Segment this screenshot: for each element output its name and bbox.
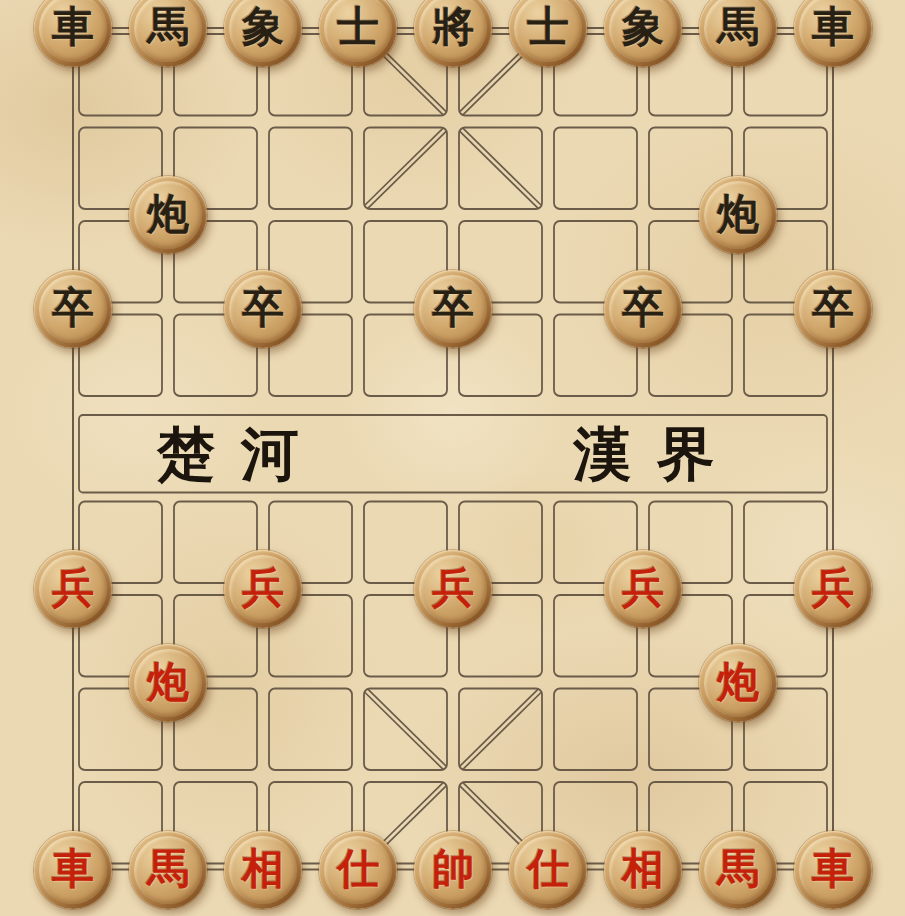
intersection-g7[interactable] [596,636,691,730]
intersection-f8[interactable] [501,729,596,823]
intersection-b4[interactable] [121,355,216,449]
piece-face: 兵 [419,555,487,623]
piece-black-advisor[interactable]: 士 [319,0,397,67]
piece-glyph: 相 [622,848,664,890]
piece-face: 車 [39,0,107,62]
piece-face: 相 [609,836,677,904]
intersection-i5[interactable] [786,449,881,543]
intersection-b0[interactable]: 馬 [121,0,216,75]
piece-face: 士 [324,0,392,62]
intersection-a7[interactable] [26,636,121,730]
piece-red-soldier[interactable]: 兵 [794,550,872,628]
piece-face: 象 [229,0,297,62]
intersection-g8[interactable] [596,729,691,823]
piece-black-soldier[interactable]: 卒 [224,270,302,348]
piece-glyph: 兵 [52,567,94,609]
intersection-a8[interactable] [26,729,121,823]
piece-glyph: 相 [242,848,284,890]
intersection-c7[interactable] [216,636,311,730]
piece-face: 將 [419,0,487,62]
intersection-e1[interactable] [406,75,501,169]
piece-red-advisor[interactable]: 仕 [509,831,587,909]
intersection-a4[interactable] [26,355,121,449]
piece-face: 相 [229,836,297,904]
intersection-g2[interactable] [596,168,691,262]
intersection-a5[interactable] [26,449,121,543]
piece-face: 卒 [419,275,487,343]
intersection-i0[interactable]: 車 [786,0,881,75]
intersection-e7[interactable] [406,636,501,730]
intersection-h6[interactable] [691,542,786,636]
piece-red-general[interactable]: 帥 [414,831,492,909]
piece-red-cannon[interactable]: 炮 [129,644,207,722]
intersection-b8[interactable] [121,729,216,823]
piece-glyph: 卒 [242,287,284,329]
intersection-f9[interactable]: 仕 [501,823,596,916]
piece-black-advisor[interactable]: 士 [509,0,587,67]
intersection-e4[interactable] [406,355,501,449]
intersection-b5[interactable] [121,449,216,543]
intersection-f4[interactable] [501,355,596,449]
piece-glyph: 卒 [432,287,474,329]
piece-face: 馬 [704,836,772,904]
piece-glyph: 帥 [432,848,474,890]
intersection-c8[interactable] [216,729,311,823]
intersection-h4[interactable] [691,355,786,449]
intersection-d4[interactable] [311,355,406,449]
piece-glyph: 車 [52,6,94,48]
piece-face: 士 [514,0,582,62]
intersection-c4[interactable] [216,355,311,449]
board-intersections: 車馬象士將士象馬車炮炮卒卒卒卒卒兵兵兵兵兵炮炮車馬相仕帥仕相馬車 [26,0,881,916]
piece-face: 馬 [134,836,202,904]
piece-face: 炮 [134,181,202,249]
piece-red-soldier[interactable]: 兵 [414,550,492,628]
intersection-g0[interactable]: 象 [596,0,691,75]
piece-red-cannon[interactable]: 炮 [699,644,777,722]
piece-black-chariot[interactable]: 車 [34,0,112,67]
intersection-a0[interactable]: 車 [26,0,121,75]
piece-glyph: 仕 [337,848,379,890]
piece-glyph: 象 [622,6,664,48]
intersection-h3[interactable] [691,262,786,356]
intersection-h7[interactable]: 炮 [691,636,786,730]
piece-black-cannon[interactable]: 炮 [129,176,207,254]
intersection-f6[interactable] [501,542,596,636]
intersection-g9[interactable]: 相 [596,823,691,916]
intersection-d5[interactable] [311,449,406,543]
intersection-d9[interactable]: 仕 [311,823,406,916]
piece-glyph: 兵 [432,567,474,609]
intersection-a9[interactable]: 車 [26,823,121,916]
piece-face: 帥 [419,836,487,904]
piece-glyph: 象 [242,6,284,48]
intersection-h0[interactable]: 馬 [691,0,786,75]
intersection-d3[interactable] [311,262,406,356]
intersection-b1[interactable] [121,75,216,169]
intersection-b6[interactable] [121,542,216,636]
intersection-b2[interactable]: 炮 [121,168,216,262]
piece-glyph: 卒 [622,287,664,329]
piece-face: 炮 [704,649,772,717]
xiangqi-board: 楚河 漢界 車馬象士將士象馬車炮炮卒卒卒卒卒兵兵兵兵兵炮炮車馬相仕帥仕相馬車 [0,0,905,916]
piece-red-chariot[interactable]: 車 [34,831,112,909]
piece-face: 炮 [134,649,202,717]
intersection-c3[interactable]: 卒 [216,262,311,356]
piece-glyph: 兵 [242,567,284,609]
piece-red-horse[interactable]: 馬 [129,831,207,909]
intersection-h9[interactable]: 馬 [691,823,786,916]
intersection-a3[interactable]: 卒 [26,262,121,356]
piece-glyph: 車 [812,848,854,890]
intersection-f3[interactable] [501,262,596,356]
piece-black-chariot[interactable]: 車 [794,0,872,67]
piece-red-soldier[interactable]: 兵 [34,550,112,628]
piece-glyph: 士 [337,6,379,48]
piece-red-elephant[interactable]: 相 [224,831,302,909]
piece-black-cannon[interactable]: 炮 [699,176,777,254]
piece-black-soldier[interactable]: 卒 [34,270,112,348]
intersection-h8[interactable] [691,729,786,823]
intersection-g5[interactable] [596,449,691,543]
intersection-d2[interactable] [311,168,406,262]
piece-glyph: 炮 [147,661,189,703]
piece-black-elephant[interactable]: 象 [224,0,302,67]
intersection-d7[interactable] [311,636,406,730]
piece-red-soldier[interactable]: 兵 [604,550,682,628]
intersection-a2[interactable] [26,168,121,262]
intersection-c6[interactable]: 兵 [216,542,311,636]
intersection-f7[interactable] [501,636,596,730]
intersection-i4[interactable] [786,355,881,449]
piece-face: 仕 [514,836,582,904]
intersection-c9[interactable]: 相 [216,823,311,916]
piece-black-general[interactable]: 將 [414,0,492,67]
piece-face: 卒 [609,275,677,343]
intersection-d0[interactable]: 士 [311,0,406,75]
intersection-h5[interactable] [691,449,786,543]
piece-glyph: 車 [812,6,854,48]
intersection-e3[interactable]: 卒 [406,262,501,356]
intersection-h2[interactable]: 炮 [691,168,786,262]
piece-red-soldier[interactable]: 兵 [224,550,302,628]
intersection-e5[interactable] [406,449,501,543]
piece-glyph: 士 [527,6,569,48]
intersection-f1[interactable] [501,75,596,169]
intersection-a6[interactable]: 兵 [26,542,121,636]
piece-face: 兵 [229,555,297,623]
piece-black-elephant[interactable]: 象 [604,0,682,67]
intersection-d8[interactable] [311,729,406,823]
intersection-f5[interactable] [501,449,596,543]
intersection-f0[interactable]: 士 [501,0,596,75]
intersection-e2[interactable] [406,168,501,262]
piece-glyph: 兵 [812,567,854,609]
intersection-i3[interactable]: 卒 [786,262,881,356]
piece-face: 卒 [39,275,107,343]
piece-face: 兵 [609,555,677,623]
piece-face: 仕 [324,836,392,904]
piece-glyph: 卒 [52,287,94,329]
piece-glyph: 馬 [147,848,189,890]
piece-face: 兵 [39,555,107,623]
piece-face: 車 [39,836,107,904]
intersection-e8[interactable] [406,729,501,823]
intersection-g1[interactable] [596,75,691,169]
piece-face: 兵 [799,555,867,623]
piece-glyph: 兵 [622,567,664,609]
piece-face: 車 [799,836,867,904]
piece-face: 卒 [799,275,867,343]
piece-face: 車 [799,0,867,62]
intersection-c2[interactable] [216,168,311,262]
piece-glyph: 炮 [717,661,759,703]
intersection-c1[interactable] [216,75,311,169]
piece-black-soldier[interactable]: 卒 [604,270,682,348]
piece-glyph: 馬 [147,6,189,48]
intersection-i1[interactable] [786,75,881,169]
piece-face: 象 [609,0,677,62]
piece-black-horse[interactable]: 馬 [129,0,207,67]
intersection-g6[interactable]: 兵 [596,542,691,636]
intersection-i8[interactable] [786,729,881,823]
intersection-i9[interactable]: 車 [786,823,881,916]
intersection-b3[interactable] [121,262,216,356]
piece-black-soldier[interactable]: 卒 [794,270,872,348]
piece-red-elephant[interactable]: 相 [604,831,682,909]
intersection-f2[interactable] [501,168,596,262]
piece-red-horse[interactable]: 馬 [699,831,777,909]
intersection-i7[interactable] [786,636,881,730]
intersection-b9[interactable]: 馬 [121,823,216,916]
intersection-a1[interactable] [26,75,121,169]
piece-glyph: 將 [432,6,474,48]
intersection-e9[interactable]: 帥 [406,823,501,916]
piece-face: 卒 [229,275,297,343]
piece-face: 馬 [134,0,202,62]
piece-black-horse[interactable]: 馬 [699,0,777,67]
piece-glyph: 卒 [812,287,854,329]
piece-face: 炮 [704,181,772,249]
intersection-g3[interactable]: 卒 [596,262,691,356]
intersection-d1[interactable] [311,75,406,169]
piece-glyph: 馬 [717,848,759,890]
piece-black-soldier[interactable]: 卒 [414,270,492,348]
intersection-e0[interactable]: 將 [406,0,501,75]
piece-face: 馬 [704,0,772,62]
piece-red-advisor[interactable]: 仕 [319,831,397,909]
piece-glyph: 炮 [717,193,759,235]
piece-glyph: 馬 [717,6,759,48]
intersection-c0[interactable]: 象 [216,0,311,75]
piece-red-chariot[interactable]: 車 [794,831,872,909]
intersection-c5[interactable] [216,449,311,543]
intersection-h1[interactable] [691,75,786,169]
intersection-e6[interactable]: 兵 [406,542,501,636]
piece-glyph: 仕 [527,848,569,890]
intersection-i2[interactable] [786,168,881,262]
piece-glyph: 炮 [147,193,189,235]
intersection-i6[interactable]: 兵 [786,542,881,636]
intersection-d6[interactable] [311,542,406,636]
intersection-b7[interactable]: 炮 [121,636,216,730]
piece-glyph: 車 [52,848,94,890]
intersection-g4[interactable] [596,355,691,449]
